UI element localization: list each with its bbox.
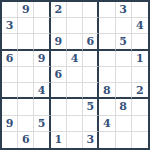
cell-r9c9[interactable]: [132, 132, 148, 148]
cell-r2c9[interactable]: 4: [132, 18, 148, 34]
cell-r1c3[interactable]: [34, 2, 50, 18]
cell-r8c1[interactable]: 9: [2, 116, 18, 132]
cell-r8c3[interactable]: 5: [34, 116, 50, 132]
cell-r1c5[interactable]: [67, 2, 83, 18]
cell-r5c3[interactable]: [34, 67, 50, 83]
cell-r6c2[interactable]: [18, 83, 34, 99]
cell-r2c4[interactable]: [51, 18, 67, 34]
cell-r6c4[interactable]: [51, 83, 67, 99]
cell-r9c1[interactable]: [2, 132, 18, 148]
cell-r5c5[interactable]: [67, 67, 83, 83]
cell-r6c5[interactable]: [67, 83, 83, 99]
cell-r1c9[interactable]: [132, 2, 148, 18]
cell-r3c5[interactable]: [67, 34, 83, 50]
cell-r2c2[interactable]: [18, 18, 34, 34]
cell-r3c9[interactable]: [132, 34, 148, 50]
cell-r9c8[interactable]: [116, 132, 132, 148]
cell-r8c8[interactable]: [116, 116, 132, 132]
cell-r9c3[interactable]: [34, 132, 50, 148]
cell-r4c5[interactable]: 4: [67, 51, 83, 67]
cell-r2c8[interactable]: [116, 18, 132, 34]
cell-r5c9[interactable]: [132, 67, 148, 83]
cell-r7c2[interactable]: [18, 99, 34, 115]
cell-r4c4[interactable]: [51, 51, 67, 67]
cell-r8c7[interactable]: 4: [99, 116, 115, 132]
cell-r6c3[interactable]: 4: [34, 83, 50, 99]
cell-r4c9[interactable]: 1: [132, 51, 148, 67]
cell-r3c1[interactable]: [2, 34, 18, 50]
cell-r8c4[interactable]: [51, 116, 67, 132]
cell-r6c6[interactable]: [83, 83, 99, 99]
cell-r8c2[interactable]: [18, 116, 34, 132]
cell-r6c8[interactable]: [116, 83, 132, 99]
cell-r1c4[interactable]: 2: [51, 2, 67, 18]
cell-r5c7[interactable]: [99, 67, 115, 83]
cell-r5c4[interactable]: 6: [51, 67, 67, 83]
cell-r3c4[interactable]: 9: [51, 34, 67, 50]
cell-r2c5[interactable]: [67, 18, 83, 34]
cell-r6c9[interactable]: 2: [132, 83, 148, 99]
cell-r2c6[interactable]: [83, 18, 99, 34]
cell-r5c2[interactable]: [18, 67, 34, 83]
cell-r7c3[interactable]: [34, 99, 50, 115]
cell-r8c9[interactable]: [132, 116, 148, 132]
cell-r1c6[interactable]: [83, 2, 99, 18]
cell-r7c4[interactable]: [51, 99, 67, 115]
cell-r1c1[interactable]: [2, 2, 18, 18]
cell-r4c8[interactable]: [116, 51, 132, 67]
cell-r7c6[interactable]: 5: [83, 99, 99, 115]
cell-r2c3[interactable]: [34, 18, 50, 34]
cell-r9c6[interactable]: 3: [83, 132, 99, 148]
cell-r4c1[interactable]: 6: [2, 51, 18, 67]
cell-r7c5[interactable]: [67, 99, 83, 115]
cell-r6c1[interactable]: [2, 83, 18, 99]
cell-r4c7[interactable]: [99, 51, 115, 67]
cell-r5c8[interactable]: [116, 67, 132, 83]
cell-r3c7[interactable]: [99, 34, 115, 50]
cell-r3c8[interactable]: 5: [116, 34, 132, 50]
cell-r3c3[interactable]: [34, 34, 50, 50]
sudoku-board: 923349656941648258954613: [0, 0, 150, 150]
cell-r1c8[interactable]: 3: [116, 2, 132, 18]
cell-r3c2[interactable]: [18, 34, 34, 50]
cell-r9c5[interactable]: [67, 132, 83, 148]
cell-r2c7[interactable]: [99, 18, 115, 34]
cell-r4c6[interactable]: [83, 51, 99, 67]
cell-r6c7[interactable]: 8: [99, 83, 115, 99]
cell-r2c1[interactable]: 3: [2, 18, 18, 34]
cell-r8c5[interactable]: [67, 116, 83, 132]
cell-r1c2[interactable]: 9: [18, 2, 34, 18]
cell-r7c1[interactable]: [2, 99, 18, 115]
cell-r5c6[interactable]: [83, 67, 99, 83]
cell-r9c7[interactable]: [99, 132, 115, 148]
cell-r1c7[interactable]: [99, 2, 115, 18]
cell-r4c3[interactable]: 9: [34, 51, 50, 67]
cell-r7c8[interactable]: 8: [116, 99, 132, 115]
cell-r3c6[interactable]: 6: [83, 34, 99, 50]
cell-r9c4[interactable]: 1: [51, 132, 67, 148]
cell-r4c2[interactable]: [18, 51, 34, 67]
cell-r8c6[interactable]: [83, 116, 99, 132]
cell-r5c1[interactable]: [2, 67, 18, 83]
cell-r7c9[interactable]: [132, 99, 148, 115]
cell-r9c2[interactable]: 6: [18, 132, 34, 148]
cell-r7c7[interactable]: [99, 99, 115, 115]
